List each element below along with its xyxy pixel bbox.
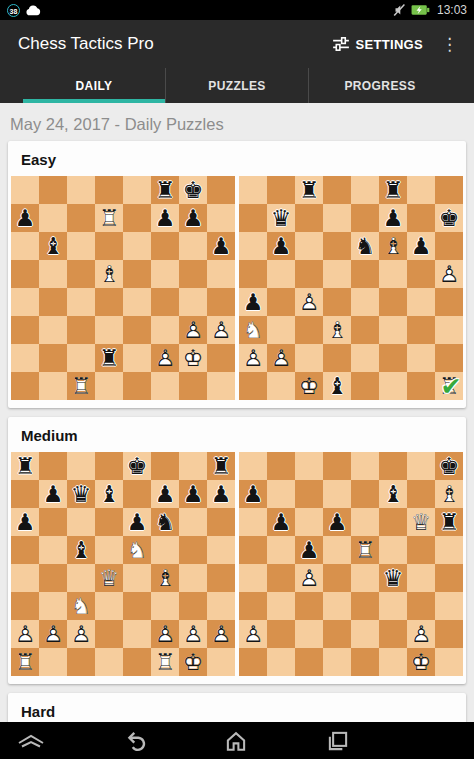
square-h5 — [207, 536, 235, 564]
white-pawn: ♟♙ — [239, 344, 267, 372]
square-f7: ♟ — [151, 480, 179, 508]
square-a1: ♜♖ — [11, 648, 39, 676]
black-pawn: ♟ — [179, 204, 207, 232]
square-b6: ♟ — [267, 508, 295, 536]
easy-label: Easy — [21, 151, 464, 168]
white-pawn: ♟♙ — [295, 288, 323, 316]
square-c6 — [295, 232, 323, 260]
square-d4 — [95, 288, 123, 316]
square-g3 — [179, 592, 207, 620]
square-f8 — [379, 452, 407, 480]
clock: 13:03 — [437, 3, 467, 17]
square-c2 — [295, 620, 323, 648]
square-g4 — [407, 564, 435, 592]
square-g7 — [407, 204, 435, 232]
square-d3 — [95, 316, 123, 344]
square-d5: ♝♗ — [95, 260, 123, 288]
square-f4: ♝♗ — [151, 564, 179, 592]
square-h7: ♝♗ — [435, 480, 463, 508]
black-king: ♚ — [123, 452, 151, 480]
square-c1 — [67, 648, 95, 676]
white-king: ♚♔ — [295, 372, 323, 400]
square-b2 — [267, 620, 295, 648]
square-f4 — [379, 288, 407, 316]
white-pawn: ♟♙ — [151, 344, 179, 372]
black-rook: ♜ — [295, 176, 323, 204]
square-g8 — [179, 452, 207, 480]
square-e5: ♜♖ — [351, 536, 379, 564]
square-d8 — [323, 176, 351, 204]
square-c7 — [295, 204, 323, 232]
black-king: ♚ — [435, 452, 463, 480]
square-f7: ♟ — [151, 204, 179, 232]
square-c7 — [295, 480, 323, 508]
square-h8: ♜ — [207, 452, 235, 480]
cloud-notification-icon — [26, 5, 41, 16]
square-b8 — [39, 452, 67, 480]
white-pawn: ♟♙ — [207, 316, 235, 344]
square-e2 — [123, 620, 151, 648]
black-bishop: ♝ — [67, 536, 95, 564]
chess-board-medium-2[interactable]: ♚♟♝♝♗♟♟♛♕♜♟♜♖♟♙♛♟♙♟♙♚♔ — [239, 452, 463, 676]
square-g5 — [407, 260, 435, 288]
square-b5 — [267, 260, 295, 288]
settings-button[interactable]: SETTINGS — [324, 29, 431, 59]
square-g3: ♟♙ — [179, 316, 207, 344]
square-h2 — [435, 344, 463, 372]
square-f2 — [379, 344, 407, 372]
square-h3 — [435, 316, 463, 344]
square-d7: ♝ — [95, 480, 123, 508]
sliders-icon — [332, 35, 350, 53]
square-d8 — [95, 452, 123, 480]
black-pawn: ♟ — [11, 508, 39, 536]
square-e2 — [351, 620, 379, 648]
square-e2 — [123, 344, 151, 372]
recents-icon — [325, 728, 351, 754]
square-d2 — [323, 344, 351, 372]
square-d7 — [323, 480, 351, 508]
white-queen: ♛♕ — [95, 564, 123, 592]
black-knight: ♞ — [151, 508, 179, 536]
square-h3: ♟♙ — [207, 316, 235, 344]
square-f4 — [151, 288, 179, 316]
square-f3 — [151, 316, 179, 344]
square-a4 — [11, 564, 39, 592]
square-g3 — [407, 592, 435, 620]
square-h1 — [207, 372, 235, 400]
square-e1 — [123, 648, 151, 676]
white-queen: ♛♕ — [407, 508, 435, 536]
white-king: ♚♔ — [407, 648, 435, 676]
square-a2: ♟♙ — [11, 620, 39, 648]
square-a8 — [11, 176, 39, 204]
square-h6: ♜ — [435, 508, 463, 536]
square-f6 — [379, 508, 407, 536]
black-pawn: ♟ — [11, 204, 39, 232]
square-b2 — [39, 344, 67, 372]
chess-board-easy-1[interactable]: ♜♚♟♜♖♟♟♝♟♝♗♟♙♟♙♜♟♙♚♔♜♖ — [11, 176, 235, 400]
black-king: ♚ — [179, 176, 207, 204]
square-a7: ♟ — [239, 480, 267, 508]
square-d4 — [323, 564, 351, 592]
square-c2: ♟♙ — [67, 620, 95, 648]
square-e6 — [123, 232, 151, 260]
square-b1 — [39, 648, 67, 676]
black-rook: ♜ — [95, 344, 123, 372]
black-pawn: ♟ — [123, 508, 151, 536]
square-g1: ♚♔ — [407, 648, 435, 676]
square-a3 — [11, 316, 39, 344]
square-g1: ♚♔ — [179, 648, 207, 676]
daily-puzzles-list[interactable]: May 24, 2017 - Daily Puzzles Easy ♜♚♟♜♖♟… — [0, 103, 474, 722]
square-h2 — [207, 344, 235, 372]
square-h3 — [435, 592, 463, 620]
square-a7 — [239, 204, 267, 232]
back-button[interactable] — [124, 728, 150, 754]
square-a5 — [239, 260, 267, 288]
white-king: ♚♔ — [179, 648, 207, 676]
chess-board-easy-2[interactable]: ♜♜♛♟♚♟♞♝♗♟♟♙♟♟♙♞♘♝♗♟♙♟♙♚♔♝♜♖✔ — [239, 176, 463, 400]
white-pawn: ♟♙ — [295, 564, 323, 592]
square-f5 — [379, 536, 407, 564]
white-bishop: ♝♗ — [435, 480, 463, 508]
chevron-up-icon — [16, 732, 46, 750]
square-g2: ♟♙ — [407, 620, 435, 648]
medium-card: Medium ♜♚♜♟♛♝♟♟♟♟♟♞♝♞♘♛♕♝♗♞♘♟♙♟♙♟♙♟♙♟♙♟♙… — [8, 417, 466, 684]
square-a5 — [11, 260, 39, 288]
square-b4 — [39, 564, 67, 592]
square-f1 — [151, 372, 179, 400]
square-h8 — [207, 176, 235, 204]
square-c7 — [67, 204, 95, 232]
square-e3 — [123, 316, 151, 344]
square-f7: ♝ — [379, 480, 407, 508]
square-e4 — [123, 564, 151, 592]
white-knight: ♞♘ — [239, 316, 267, 344]
square-d4: ♛♕ — [95, 564, 123, 592]
square-c3: ♞♘ — [67, 592, 95, 620]
white-pawn: ♟♙ — [11, 620, 39, 648]
square-e5 — [123, 260, 151, 288]
square-d2: ♜ — [95, 344, 123, 372]
square-g8: ♚ — [179, 176, 207, 204]
black-rook: ♜ — [435, 508, 463, 536]
square-h1 — [207, 648, 235, 676]
square-d6 — [95, 508, 123, 536]
square-d3 — [95, 592, 123, 620]
square-e7 — [351, 204, 379, 232]
square-b7 — [267, 480, 295, 508]
navigation-bar — [0, 722, 474, 759]
square-d1 — [95, 648, 123, 676]
square-d6 — [323, 232, 351, 260]
solved-check-icon: ✔ — [437, 372, 465, 400]
square-b7 — [39, 204, 67, 232]
square-f2: ♟♙ — [151, 344, 179, 372]
square-h7: ♟ — [207, 480, 235, 508]
square-c2 — [67, 344, 95, 372]
white-rook: ♜♖ — [11, 648, 39, 676]
white-pawn: ♟♙ — [435, 260, 463, 288]
square-c6 — [295, 508, 323, 536]
square-a3 — [239, 592, 267, 620]
square-g8 — [407, 176, 435, 204]
square-b5 — [267, 536, 295, 564]
square-e4 — [351, 564, 379, 592]
square-f5 — [151, 536, 179, 564]
square-c8: ♜ — [295, 176, 323, 204]
black-knight: ♞ — [351, 232, 379, 260]
square-c5: ♝ — [67, 536, 95, 564]
square-f7: ♟ — [379, 204, 407, 232]
square-f3 — [151, 592, 179, 620]
square-a1 — [239, 648, 267, 676]
white-bishop: ♝♗ — [151, 564, 179, 592]
white-bishop: ♝♗ — [95, 260, 123, 288]
black-rook: ♜ — [151, 176, 179, 204]
app-title: Chess Tactics Pro — [18, 34, 324, 54]
square-h8 — [435, 176, 463, 204]
square-c6 — [67, 508, 95, 536]
square-d3 — [323, 592, 351, 620]
square-a6: ♟ — [11, 508, 39, 536]
square-h7 — [207, 204, 235, 232]
white-pawn: ♟♙ — [179, 316, 207, 344]
square-c4: ♟♙ — [295, 564, 323, 592]
square-a1 — [239, 372, 267, 400]
square-e6 — [351, 508, 379, 536]
white-rook: ♜♖ — [95, 204, 123, 232]
square-d1 — [323, 648, 351, 676]
black-pawn: ♟ — [39, 480, 67, 508]
white-pawn: ♟♙ — [207, 620, 235, 648]
square-e8 — [123, 176, 151, 204]
overflow-menu-icon[interactable]: ⋮ — [431, 30, 468, 58]
square-c1 — [295, 648, 323, 676]
square-e8 — [351, 452, 379, 480]
square-h1: ♜♖✔ — [435, 372, 463, 400]
black-pawn: ♟ — [267, 232, 295, 260]
square-a5 — [11, 536, 39, 564]
square-h2 — [435, 620, 463, 648]
medium-label: Medium — [21, 427, 464, 444]
black-pawn: ♟ — [151, 480, 179, 508]
square-b4 — [267, 564, 295, 592]
square-e7 — [123, 480, 151, 508]
home-icon — [223, 728, 249, 754]
tab-puzzles[interactable]: PUZZLES — [165, 68, 308, 103]
black-rook: ♜ — [207, 452, 235, 480]
square-b5 — [39, 260, 67, 288]
square-e3 — [123, 592, 151, 620]
square-g4 — [179, 288, 207, 316]
square-d1: ♝ — [323, 372, 351, 400]
black-pawn: ♟ — [267, 508, 295, 536]
back-arrow-icon — [124, 728, 150, 754]
square-d1 — [95, 372, 123, 400]
square-d6 — [95, 232, 123, 260]
black-queen: ♛ — [267, 204, 295, 232]
square-b3 — [267, 592, 295, 620]
square-g5 — [179, 260, 207, 288]
square-b2: ♟♙ — [267, 344, 295, 372]
square-c8 — [67, 176, 95, 204]
square-g4 — [179, 564, 207, 592]
square-g6: ♛♕ — [407, 508, 435, 536]
white-pawn: ♟♙ — [39, 620, 67, 648]
square-c5 — [295, 260, 323, 288]
square-d4 — [323, 288, 351, 316]
square-c8 — [295, 452, 323, 480]
black-pawn: ♟ — [179, 480, 207, 508]
white-knight: ♞♘ — [123, 536, 151, 564]
square-f2: ♟♙ — [151, 620, 179, 648]
square-c8 — [67, 452, 95, 480]
square-h6 — [207, 508, 235, 536]
square-c4 — [67, 564, 95, 592]
black-bishop: ♝ — [95, 480, 123, 508]
square-f1 — [379, 648, 407, 676]
square-h5: ♟♙ — [435, 260, 463, 288]
status-bar: 38 13:03 — [0, 0, 474, 20]
square-h7: ♚ — [435, 204, 463, 232]
square-g7 — [407, 480, 435, 508]
square-g8 — [407, 452, 435, 480]
square-c3 — [295, 316, 323, 344]
square-a1 — [11, 372, 39, 400]
square-d5 — [95, 536, 123, 564]
square-b6: ♝ — [39, 232, 67, 260]
black-bishop: ♝ — [39, 232, 67, 260]
square-a7 — [11, 480, 39, 508]
white-pawn: ♟♙ — [407, 620, 435, 648]
black-king: ♚ — [435, 204, 463, 232]
square-b8 — [267, 176, 295, 204]
white-pawn: ♟♙ — [267, 344, 295, 372]
square-d6: ♟ — [323, 508, 351, 536]
square-e8: ♚ — [123, 452, 151, 480]
settings-label: SETTINGS — [356, 37, 423, 52]
square-f6: ♝♗ — [379, 232, 407, 260]
square-a6 — [11, 232, 39, 260]
mute-icon — [392, 3, 406, 17]
square-h5 — [435, 536, 463, 564]
black-pawn: ♟ — [239, 480, 267, 508]
square-g6 — [179, 232, 207, 260]
square-d8 — [323, 452, 351, 480]
square-d3: ♝♗ — [323, 316, 351, 344]
square-h6: ♟ — [207, 232, 235, 260]
square-e6: ♟ — [123, 508, 151, 536]
black-pawn: ♟ — [407, 232, 435, 260]
square-h6 — [435, 232, 463, 260]
square-b3 — [39, 592, 67, 620]
square-b2: ♟♙ — [39, 620, 67, 648]
black-pawn: ♟ — [323, 508, 351, 536]
square-g3 — [407, 316, 435, 344]
square-c3 — [67, 316, 95, 344]
square-g6 — [179, 508, 207, 536]
black-queen: ♛ — [67, 480, 95, 508]
square-b1 — [267, 648, 295, 676]
square-d2 — [95, 620, 123, 648]
black-pawn: ♟ — [207, 232, 235, 260]
square-a2: ♟♙ — [239, 620, 267, 648]
square-e3 — [351, 316, 379, 344]
easy-card: Easy ♜♚♟♜♖♟♟♝♟♝♗♟♙♟♙♜♟♙♚♔♜♖ ♜♜♛♟♚♟♞♝♗♟♟♙… — [8, 141, 466, 408]
square-f5 — [379, 260, 407, 288]
square-e5 — [351, 260, 379, 288]
recents-button[interactable] — [325, 728, 351, 754]
square-b5 — [39, 536, 67, 564]
black-rook: ♜ — [379, 176, 407, 204]
square-a4 — [239, 564, 267, 592]
chess-board-medium-1[interactable]: ♜♚♜♟♛♝♟♟♟♟♟♞♝♞♘♛♕♝♗♞♘♟♙♟♙♟♙♟♙♟♙♟♙♜♖♜♖♚♔ — [11, 452, 235, 676]
square-f3 — [379, 592, 407, 620]
square-g7: ♟ — [179, 204, 207, 232]
square-g1 — [407, 372, 435, 400]
square-e5: ♞♘ — [123, 536, 151, 564]
white-pawn: ♟♙ — [239, 620, 267, 648]
square-d2 — [323, 620, 351, 648]
square-g6: ♟ — [407, 232, 435, 260]
black-pawn: ♟ — [379, 204, 407, 232]
square-f2 — [379, 620, 407, 648]
square-b4 — [267, 288, 295, 316]
white-rook: ♜♖ — [67, 372, 95, 400]
square-f6: ♞ — [151, 508, 179, 536]
square-a8: ♜ — [11, 452, 39, 480]
white-bishop: ♝♗ — [323, 316, 351, 344]
square-h4 — [207, 288, 235, 316]
hide-bar-button[interactable] — [16, 732, 46, 750]
square-f6 — [151, 232, 179, 260]
square-e3 — [351, 592, 379, 620]
square-b1 — [267, 372, 295, 400]
square-h2: ♟♙ — [207, 620, 235, 648]
square-b8 — [39, 176, 67, 204]
square-a8 — [239, 176, 267, 204]
square-f8: ♜ — [151, 176, 179, 204]
square-a6 — [239, 508, 267, 536]
black-rook: ♜ — [11, 452, 39, 480]
home-button[interactable] — [223, 728, 249, 754]
square-g5 — [407, 536, 435, 564]
white-knight: ♞♘ — [67, 592, 95, 620]
square-f1: ♜♖ — [151, 648, 179, 676]
tab-progress[interactable]: PROGRESS — [308, 68, 451, 103]
tab-daily[interactable]: DAILY — [23, 68, 165, 103]
square-b4 — [39, 288, 67, 316]
square-e1 — [351, 372, 379, 400]
black-pawn: ♟ — [239, 288, 267, 316]
square-g4 — [407, 288, 435, 316]
square-f4: ♛ — [379, 564, 407, 592]
hard-label: Hard — [21, 703, 464, 720]
square-g2 — [407, 344, 435, 372]
square-h5 — [207, 260, 235, 288]
square-b6: ♟ — [267, 232, 295, 260]
white-pawn: ♟♙ — [151, 620, 179, 648]
square-a4: ♟ — [239, 288, 267, 316]
square-b6 — [39, 508, 67, 536]
square-b3 — [267, 316, 295, 344]
square-c6 — [67, 232, 95, 260]
square-d7 — [323, 204, 351, 232]
app-screen: 38 13:03 Chess Tactics Pro — [0, 0, 474, 759]
white-king: ♚♔ — [179, 344, 207, 372]
